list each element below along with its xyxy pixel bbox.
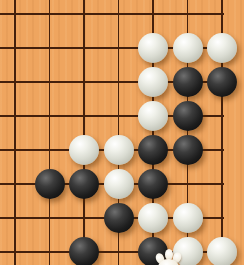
white-stone[interactable] [104,135,134,165]
black-stone[interactable] [35,169,65,199]
black-stone[interactable] [104,203,134,233]
white-stone[interactable] [173,33,203,63]
white-stone[interactable] [138,33,168,63]
grid-horizontal-line [0,13,224,15]
black-stone[interactable] [138,169,168,199]
black-stone[interactable] [173,67,203,97]
black-stone[interactable] [69,169,99,199]
white-stone[interactable] [173,203,203,233]
white-stone[interactable] [138,203,168,233]
grid-vertical-line [49,0,51,265]
black-stone[interactable] [69,237,99,265]
black-stone[interactable] [173,135,203,165]
black-stone[interactable] [173,101,203,131]
white-stone[interactable] [138,67,168,97]
white-stone[interactable] [207,33,237,63]
white-stone[interactable] [207,237,237,265]
grid-vertical-line [14,0,16,265]
white-stone[interactable] [69,135,99,165]
white-stone[interactable] [104,169,134,199]
go-board[interactable] [0,0,244,265]
cat-paw-icon [150,246,190,265]
black-stone[interactable] [207,67,237,97]
white-stone[interactable] [138,101,168,131]
black-stone[interactable] [138,135,168,165]
grid-vertical-line [83,0,85,265]
